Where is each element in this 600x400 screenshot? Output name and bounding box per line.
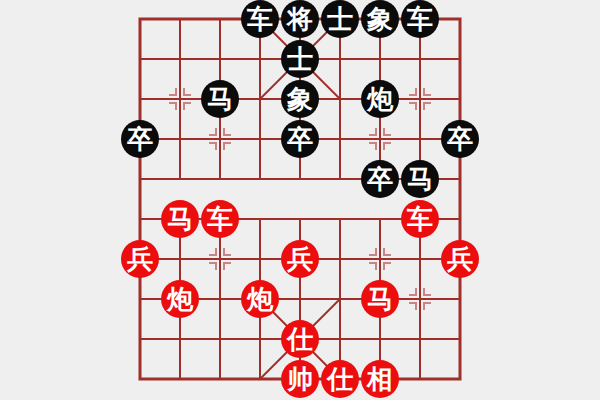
piece-red-soldier[interactable]: 兵: [121, 240, 159, 278]
piece-black-advisor[interactable]: 士: [321, 0, 359, 38]
piece-red-chariot[interactable]: 车: [201, 200, 239, 238]
piece-black-chariot[interactable]: 车: [401, 0, 439, 38]
piece-black-elephant[interactable]: 象: [361, 0, 399, 38]
piece-red-horse[interactable]: 马: [161, 200, 199, 238]
piece-red-soldier[interactable]: 兵: [441, 240, 479, 278]
piece-red-soldier[interactable]: 兵: [281, 240, 319, 278]
piece-red-advisor[interactable]: 仕: [281, 320, 319, 358]
piece-black-general[interactable]: 将: [281, 0, 319, 38]
piece-black-cannon[interactable]: 炮: [361, 80, 399, 118]
piece-black-chariot[interactable]: 车: [241, 0, 279, 38]
piece-red-cannon[interactable]: 炮: [241, 280, 279, 318]
xiangqi-board[interactable]: 车将士象车士马象炮卒卒卒卒马马车车兵兵兵炮炮马仕帅仕相: [120, 0, 480, 399]
piece-red-chariot[interactable]: 车: [401, 200, 439, 238]
piece-black-horse[interactable]: 马: [401, 160, 439, 198]
piece-black-soldier[interactable]: 卒: [281, 120, 319, 158]
piece-red-elephant[interactable]: 相: [361, 360, 399, 398]
piece-red-cannon[interactable]: 炮: [161, 280, 199, 318]
piece-red-general[interactable]: 帅: [281, 360, 319, 398]
xiangqi-screenshot: 车将士象车士马象炮卒卒卒卒马马车车兵兵兵炮炮马仕帅仕相: [0, 0, 600, 400]
piece-black-soldier[interactable]: 卒: [361, 160, 399, 198]
piece-black-advisor[interactable]: 士: [281, 40, 319, 78]
piece-red-advisor[interactable]: 仕: [321, 360, 359, 398]
piece-black-elephant[interactable]: 象: [281, 80, 319, 118]
piece-red-horse[interactable]: 马: [361, 280, 399, 318]
piece-black-horse[interactable]: 马: [201, 80, 239, 118]
piece-black-soldier[interactable]: 卒: [441, 120, 479, 158]
piece-black-soldier[interactable]: 卒: [121, 120, 159, 158]
